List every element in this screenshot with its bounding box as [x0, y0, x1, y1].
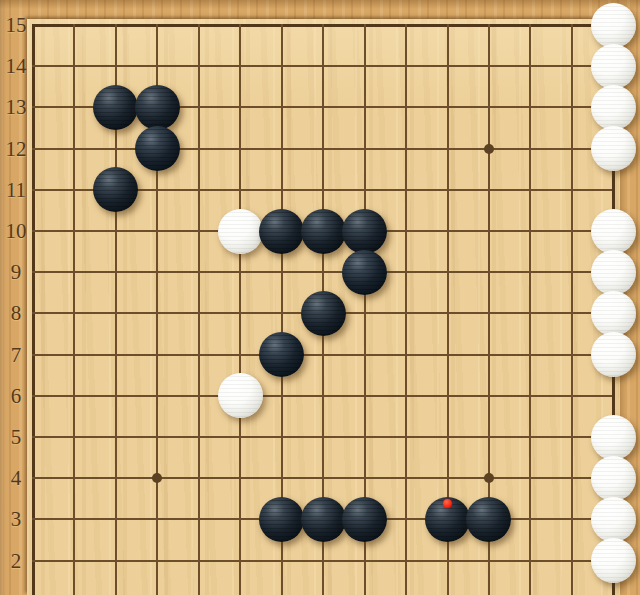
row-label: 3 [1, 508, 31, 530]
white-stone[interactable] [218, 209, 263, 254]
black-stone[interactable] [135, 126, 180, 171]
row-label: 9 [1, 261, 31, 283]
star-point [484, 144, 494, 154]
white-stone[interactable] [591, 497, 636, 542]
white-stone[interactable] [591, 126, 636, 171]
black-stone[interactable] [342, 209, 387, 254]
grid-line-vertical [239, 24, 241, 595]
white-stone[interactable] [591, 209, 636, 254]
last-move-marker [443, 499, 452, 508]
grid-line-vertical [405, 24, 407, 595]
grid-line-vertical [198, 24, 200, 595]
black-stone[interactable] [135, 85, 180, 130]
row-label: 1 [1, 591, 31, 595]
black-stone[interactable] [259, 497, 304, 542]
row-label: 11 [1, 179, 31, 201]
grid-line-vertical [529, 24, 531, 595]
row-label: 12 [1, 138, 31, 160]
grid-line-vertical [32, 24, 35, 595]
black-stone[interactable] [301, 497, 346, 542]
grid-line-horizontal [32, 477, 615, 479]
row-label: 4 [1, 467, 31, 489]
grid-line-horizontal [32, 436, 615, 438]
row-label: 13 [1, 96, 31, 118]
white-stone[interactable] [591, 44, 636, 89]
black-stone[interactable] [301, 291, 346, 336]
white-stone[interactable] [591, 332, 636, 377]
white-stone[interactable] [218, 373, 263, 418]
grid-line-horizontal [32, 395, 615, 397]
black-stone[interactable] [93, 85, 138, 130]
row-label: 15 [1, 14, 31, 36]
go-board: 151413121110987654321 [0, 0, 640, 595]
white-stone[interactable] [591, 415, 636, 460]
grid-line-horizontal [32, 560, 615, 562]
row-label: 8 [1, 302, 31, 324]
black-stone[interactable] [342, 497, 387, 542]
black-stone[interactable] [259, 209, 304, 254]
row-label: 6 [1, 385, 31, 407]
grid-line-horizontal [32, 354, 615, 356]
row-label: 10 [1, 220, 31, 242]
white-stone[interactable] [591, 291, 636, 336]
grid-line-vertical [571, 24, 573, 595]
black-stone[interactable] [301, 209, 346, 254]
white-stone[interactable] [591, 538, 636, 583]
grid-line-vertical [73, 24, 75, 595]
white-stone[interactable] [591, 456, 636, 501]
row-label: 7 [1, 344, 31, 366]
row-label: 14 [1, 55, 31, 77]
black-stone[interactable] [342, 250, 387, 295]
white-stone[interactable] [591, 250, 636, 295]
white-stone[interactable] [591, 85, 636, 130]
row-label: 5 [1, 426, 31, 448]
row-label: 2 [1, 550, 31, 572]
white-stone[interactable] [591, 3, 636, 48]
black-stone[interactable] [259, 332, 304, 377]
black-stone[interactable] [425, 497, 470, 542]
